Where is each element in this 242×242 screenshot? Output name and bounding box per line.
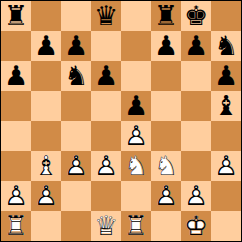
white-pawn[interactable]: ♟♙ — [181, 181, 211, 211]
square-h1[interactable] — [211, 211, 241, 241]
white-rook-outline: ♖ — [121, 211, 151, 241]
black-pawn-body: ♟ — [211, 61, 241, 91]
square-b6[interactable] — [31, 61, 61, 91]
square-c1[interactable] — [61, 211, 91, 241]
square-a1[interactable]: ♜♖ — [1, 211, 31, 241]
square-d2[interactable] — [91, 181, 121, 211]
square-d7[interactable] — [91, 31, 121, 61]
square-f1[interactable] — [151, 211, 181, 241]
white-knight-outline: ♘ — [151, 151, 181, 181]
square-h8[interactable] — [211, 1, 241, 31]
white-king[interactable]: ♚♔ — [181, 211, 211, 241]
square-g7[interactable]: ♟ — [181, 31, 211, 61]
white-queen-outline: ♕ — [91, 211, 121, 241]
square-b1[interactable] — [31, 211, 61, 241]
black-pawn[interactable]: ♟ — [121, 91, 151, 121]
black-pawn[interactable]: ♟ — [31, 31, 61, 61]
black-pawn-body: ♟ — [1, 61, 31, 91]
square-g4[interactable] — [181, 121, 211, 151]
square-c4[interactable] — [61, 121, 91, 151]
square-e4[interactable]: ♟♙ — [121, 121, 151, 151]
square-e2[interactable] — [121, 181, 151, 211]
white-rook[interactable]: ♜♖ — [121, 211, 151, 241]
black-queen-body: ♛ — [91, 1, 121, 31]
square-f4[interactable] — [151, 121, 181, 151]
white-pawn[interactable]: ♟♙ — [1, 181, 31, 211]
white-pawn[interactable]: ♟♙ — [121, 121, 151, 151]
square-a3[interactable] — [1, 151, 31, 181]
black-pawn-body: ♟ — [31, 31, 61, 61]
black-pawn[interactable]: ♟ — [1, 61, 31, 91]
black-bishop[interactable]: ♝ — [211, 91, 241, 121]
square-c7[interactable]: ♟ — [61, 31, 91, 61]
black-knight[interactable]: ♞ — [61, 61, 91, 91]
square-e6[interactable] — [121, 61, 151, 91]
white-king-outline: ♔ — [181, 211, 211, 241]
square-f8[interactable]: ♜ — [151, 1, 181, 31]
white-pawn-outline: ♙ — [211, 151, 241, 181]
white-pawn-outline: ♙ — [151, 181, 181, 211]
square-g2[interactable]: ♟♙ — [181, 181, 211, 211]
black-pawn-body: ♟ — [121, 91, 151, 121]
square-g1[interactable]: ♚♔ — [181, 211, 211, 241]
black-pawn[interactable]: ♟ — [181, 31, 211, 61]
square-e3[interactable]: ♞♘ — [121, 151, 151, 181]
white-pawn[interactable]: ♟♙ — [31, 181, 61, 211]
square-b5[interactable] — [31, 91, 61, 121]
white-knight[interactable]: ♞♘ — [121, 151, 151, 181]
square-g6[interactable] — [181, 61, 211, 91]
square-e7[interactable] — [121, 31, 151, 61]
square-d4[interactable] — [91, 121, 121, 151]
square-b3[interactable]: ♝♗ — [31, 151, 61, 181]
white-knight[interactable]: ♞♘ — [151, 151, 181, 181]
black-pawn[interactable]: ♟ — [91, 61, 121, 91]
square-a7[interactable] — [1, 31, 31, 61]
square-c2[interactable] — [61, 181, 91, 211]
chess-board: ♜♛♜♚♟♟♟♟♞♟♞♟♟♟♝♟♙♝♗♟♙♟♙♞♘♞♘♟♙♟♙♟♙♟♙♟♙♜♖♛… — [1, 1, 241, 241]
square-a6[interactable]: ♟ — [1, 61, 31, 91]
white-knight-outline: ♘ — [121, 151, 151, 181]
black-king[interactable]: ♚ — [181, 1, 211, 31]
black-rook-body: ♜ — [1, 1, 31, 31]
white-pawn-outline: ♙ — [91, 151, 121, 181]
square-f2[interactable]: ♟♙ — [151, 181, 181, 211]
square-d6[interactable]: ♟ — [91, 61, 121, 91]
square-d1[interactable]: ♛♕ — [91, 211, 121, 241]
square-d3[interactable]: ♟♙ — [91, 151, 121, 181]
square-g8[interactable]: ♚ — [181, 1, 211, 31]
white-pawn-outline: ♙ — [61, 151, 91, 181]
square-e8[interactable] — [121, 1, 151, 31]
black-pawn[interactable]: ♟ — [151, 31, 181, 61]
square-e5[interactable]: ♟ — [121, 91, 151, 121]
square-h7[interactable]: ♞ — [211, 31, 241, 61]
white-pawn[interactable]: ♟♙ — [91, 151, 121, 181]
square-c6[interactable]: ♞ — [61, 61, 91, 91]
black-pawn-body: ♟ — [91, 61, 121, 91]
black-king-body: ♚ — [181, 1, 211, 31]
white-pawn[interactable]: ♟♙ — [61, 151, 91, 181]
square-f7[interactable]: ♟ — [151, 31, 181, 61]
square-h5[interactable]: ♝ — [211, 91, 241, 121]
square-c3[interactable]: ♟♙ — [61, 151, 91, 181]
white-pawn-outline: ♙ — [31, 181, 61, 211]
square-a8[interactable]: ♜ — [1, 1, 31, 31]
square-h3[interactable]: ♟♙ — [211, 151, 241, 181]
black-pawn-body: ♟ — [181, 31, 211, 61]
square-a2[interactable]: ♟♙ — [1, 181, 31, 211]
square-e1[interactable]: ♜♖ — [121, 211, 151, 241]
white-pawn-outline: ♙ — [121, 121, 151, 151]
square-c5[interactable] — [61, 91, 91, 121]
black-pawn[interactable]: ♟ — [61, 31, 91, 61]
black-knight-body: ♞ — [61, 61, 91, 91]
square-a4[interactable] — [1, 121, 31, 151]
white-rook[interactable]: ♜♖ — [1, 211, 31, 241]
square-f5[interactable] — [151, 91, 181, 121]
square-d8[interactable]: ♛ — [91, 1, 121, 31]
square-f3[interactable]: ♞♘ — [151, 151, 181, 181]
black-knight[interactable]: ♞ — [211, 31, 241, 61]
black-rook[interactable]: ♜ — [1, 1, 31, 31]
square-g5[interactable] — [181, 91, 211, 121]
square-b2[interactable]: ♟♙ — [31, 181, 61, 211]
square-g3[interactable] — [181, 151, 211, 181]
white-pawn[interactable]: ♟♙ — [151, 181, 181, 211]
square-b7[interactable]: ♟ — [31, 31, 61, 61]
black-rook[interactable]: ♜ — [151, 1, 181, 31]
black-pawn[interactable]: ♟ — [211, 61, 241, 91]
square-h6[interactable]: ♟ — [211, 61, 241, 91]
white-bishop[interactable]: ♝♗ — [31, 151, 61, 181]
black-pawn-body: ♟ — [151, 31, 181, 61]
black-bishop-body: ♝ — [211, 91, 241, 121]
square-d5[interactable] — [91, 91, 121, 121]
black-queen[interactable]: ♛ — [91, 1, 121, 31]
white-pawn[interactable]: ♟♙ — [211, 151, 241, 181]
chess-board-frame: ♜♛♜♚♟♟♟♟♞♟♞♟♟♟♝♟♙♝♗♟♙♟♙♞♘♞♘♟♙♟♙♟♙♟♙♟♙♜♖♛… — [0, 0, 242, 242]
white-queen[interactable]: ♛♕ — [91, 211, 121, 241]
white-rook-outline: ♖ — [1, 211, 31, 241]
square-a5[interactable] — [1, 91, 31, 121]
square-f6[interactable] — [151, 61, 181, 91]
square-c8[interactable] — [61, 1, 91, 31]
white-pawn-outline: ♙ — [1, 181, 31, 211]
black-pawn-body: ♟ — [61, 31, 91, 61]
black-rook-body: ♜ — [151, 1, 181, 31]
black-knight-body: ♞ — [211, 31, 241, 61]
square-b8[interactable] — [31, 1, 61, 31]
white-pawn-outline: ♙ — [181, 181, 211, 211]
white-bishop-outline: ♗ — [31, 151, 61, 181]
square-h2[interactable] — [211, 181, 241, 211]
square-h4[interactable] — [211, 121, 241, 151]
square-b4[interactable] — [31, 121, 61, 151]
